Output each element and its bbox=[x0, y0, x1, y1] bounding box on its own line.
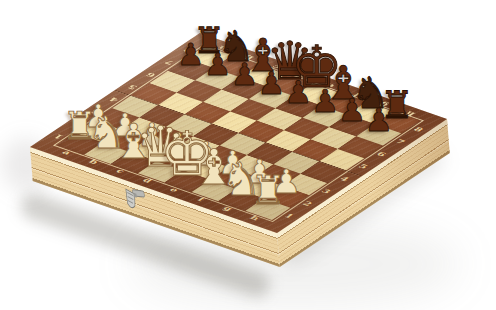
chess-board: aabbccddeeffgghh8877665544332211 bbox=[30, 33, 447, 233]
scene: aabbccddeeffgghh8877665544332211 ♜♞♝♛♚♝♞… bbox=[0, 0, 496, 310]
